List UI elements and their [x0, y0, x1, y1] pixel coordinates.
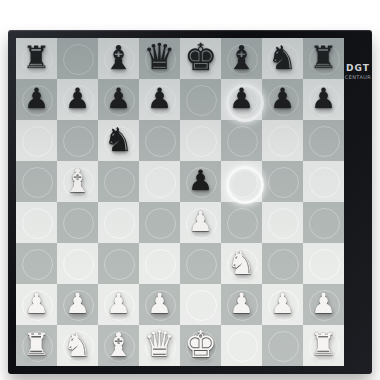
led-aperture-h6	[309, 126, 340, 157]
square-d5[interactable]	[139, 161, 180, 202]
square-b4[interactable]	[57, 202, 98, 243]
led-aperture-h5	[309, 167, 340, 198]
photo-background: ♜♝♛♚♝♞♜♟♟♟♟♟♟♟♞♝♟♟♞♟♟♟♟♟♟♟♜♞♝♛♚♜ DGT CEN…	[0, 0, 380, 380]
piece-white-king-e1[interactable]: ♚	[180, 325, 221, 362]
square-f5[interactable]	[221, 161, 262, 202]
square-a3[interactable]	[16, 243, 57, 284]
piece-white-knight-b1[interactable]: ♞	[57, 327, 98, 360]
square-d7[interactable]: ♟	[139, 79, 180, 120]
led-aperture-d6	[145, 126, 176, 157]
square-f3[interactable]: ♞	[221, 243, 262, 284]
led-aperture-f4	[227, 208, 258, 239]
square-e6[interactable]	[180, 120, 221, 161]
square-h6[interactable]	[303, 120, 344, 161]
square-d3[interactable]	[139, 243, 180, 284]
piece-black-rook-a8[interactable]: ♜	[16, 41, 57, 72]
square-e5[interactable]: ♟	[180, 161, 221, 202]
square-a2[interactable]: ♟	[16, 284, 57, 325]
piece-black-pawn-g7[interactable]: ♟	[262, 84, 303, 112]
piece-white-rook-h1[interactable]: ♜	[303, 328, 344, 359]
square-f2[interactable]: ♟	[221, 284, 262, 325]
led-aperture-d5	[145, 167, 176, 198]
piece-white-pawn-f2[interactable]: ♟	[221, 289, 262, 317]
led-aperture-e7	[186, 85, 217, 116]
led-aperture-b6	[63, 126, 94, 157]
led-aperture-e3	[186, 249, 217, 280]
square-a1[interactable]: ♜	[16, 325, 57, 366]
piece-white-queen-d1[interactable]: ♛	[139, 326, 180, 362]
square-e4[interactable]: ♟	[180, 202, 221, 243]
led-aperture-a5	[22, 167, 53, 198]
led-aperture-c4	[104, 208, 135, 239]
led-aperture-a4	[22, 208, 53, 239]
piece-white-bishop-c1[interactable]: ♝	[98, 327, 139, 360]
led-ring-f5	[226, 166, 264, 204]
dgt-logo: DGT CENTAUR	[344, 64, 372, 80]
square-b7[interactable]: ♟	[57, 79, 98, 120]
square-a7[interactable]: ♟	[16, 79, 57, 120]
square-h5[interactable]	[303, 161, 344, 202]
square-b3[interactable]	[57, 243, 98, 284]
square-c3[interactable]	[98, 243, 139, 284]
square-c5[interactable]	[98, 161, 139, 202]
square-g1[interactable]	[262, 325, 303, 366]
piece-black-pawn-h7[interactable]: ♟	[303, 84, 344, 112]
piece-black-pawn-c7[interactable]: ♟	[98, 84, 139, 112]
piece-black-knight-c6[interactable]: ♞	[98, 122, 139, 155]
led-aperture-f1	[227, 331, 258, 362]
piece-white-pawn-a2[interactable]: ♟	[16, 289, 57, 317]
square-d6[interactable]	[139, 120, 180, 161]
square-d8[interactable]: ♛	[139, 38, 180, 79]
led-aperture-f5	[227, 167, 258, 198]
led-aperture-a6	[22, 126, 53, 157]
led-aperture-a3	[22, 249, 53, 280]
square-g8[interactable]: ♞	[262, 38, 303, 79]
square-f7[interactable]: ♟	[221, 79, 262, 120]
piece-white-pawn-d2[interactable]: ♟	[139, 289, 180, 317]
led-aperture-c5	[104, 167, 135, 198]
square-d2[interactable]: ♟	[139, 284, 180, 325]
square-g5[interactable]	[262, 161, 303, 202]
square-e2[interactable]	[180, 284, 221, 325]
piece-black-pawn-d7[interactable]: ♟	[139, 84, 180, 112]
led-aperture-b8	[63, 44, 94, 75]
square-c6[interactable]: ♞	[98, 120, 139, 161]
square-g4[interactable]	[262, 202, 303, 243]
square-e1[interactable]: ♚	[180, 325, 221, 366]
piece-black-queen-d8[interactable]: ♛	[139, 39, 180, 75]
led-aperture-d3	[145, 249, 176, 280]
piece-black-king-e8[interactable]: ♚	[180, 38, 221, 75]
piece-black-pawn-b7[interactable]: ♟	[57, 84, 98, 112]
led-aperture-g1	[268, 331, 299, 362]
piece-white-pawn-g2[interactable]: ♟	[262, 289, 303, 317]
square-e8[interactable]: ♚	[180, 38, 221, 79]
square-f6[interactable]	[221, 120, 262, 161]
dgt-product-text: CENTAUR	[344, 74, 372, 80]
piece-white-bishop-b5[interactable]: ♝	[57, 163, 98, 196]
led-aperture-g3	[268, 249, 299, 280]
square-g2[interactable]: ♟	[262, 284, 303, 325]
square-g7[interactable]: ♟	[262, 79, 303, 120]
square-c2[interactable]: ♟	[98, 284, 139, 325]
square-h4[interactable]	[303, 202, 344, 243]
square-c7[interactable]: ♟	[98, 79, 139, 120]
square-h8[interactable]: ♜	[303, 38, 344, 79]
piece-white-pawn-b2[interactable]: ♟	[57, 289, 98, 317]
led-aperture-f6	[227, 126, 258, 157]
led-aperture-b3	[63, 249, 94, 280]
square-e7[interactable]	[180, 79, 221, 120]
square-f1[interactable]	[221, 325, 262, 366]
dgt-brand-text: DGT	[344, 64, 372, 74]
chess-board: ♜♝♛♚♝♞♜♟♟♟♟♟♟♟♞♝♟♟♞♟♟♟♟♟♟♟♜♞♝♛♚♜	[16, 38, 344, 366]
led-aperture-e6	[186, 126, 217, 157]
square-b6[interactable]	[57, 120, 98, 161]
piece-white-rook-a1[interactable]: ♜	[16, 328, 57, 359]
led-aperture-g4	[268, 208, 299, 239]
piece-black-pawn-f7[interactable]: ♟	[221, 84, 262, 112]
piece-black-bishop-f8[interactable]: ♝	[221, 40, 262, 73]
square-h3[interactable]	[303, 243, 344, 284]
led-aperture-c3	[104, 249, 135, 280]
led-aperture-b4	[63, 208, 94, 239]
square-f8[interactable]: ♝	[221, 38, 262, 79]
square-c4[interactable]	[98, 202, 139, 243]
square-a8[interactable]: ♜	[16, 38, 57, 79]
square-d4[interactable]	[139, 202, 180, 243]
led-aperture-h3	[309, 249, 340, 280]
led-aperture-g5	[268, 167, 299, 198]
led-aperture-g6	[268, 126, 299, 157]
square-d1[interactable]: ♛	[139, 325, 180, 366]
piece-white-pawn-h2[interactable]: ♟	[303, 289, 344, 317]
piece-black-knight-g8[interactable]: ♞	[262, 40, 303, 73]
led-aperture-e2	[186, 290, 217, 321]
square-a4[interactable]	[16, 202, 57, 243]
piece-black-bishop-c8[interactable]: ♝	[98, 40, 139, 73]
square-a5[interactable]	[16, 161, 57, 202]
square-b2[interactable]: ♟	[57, 284, 98, 325]
led-aperture-d4	[145, 208, 176, 239]
square-b1[interactable]: ♞	[57, 325, 98, 366]
square-c1[interactable]: ♝	[98, 325, 139, 366]
piece-black-rook-h8[interactable]: ♜	[303, 41, 344, 72]
square-e3[interactable]	[180, 243, 221, 284]
square-h2[interactable]: ♟	[303, 284, 344, 325]
piece-black-pawn-a7[interactable]: ♟	[16, 84, 57, 112]
square-b5[interactable]: ♝	[57, 161, 98, 202]
square-h7[interactable]: ♟	[303, 79, 344, 120]
square-b8[interactable]	[57, 38, 98, 79]
led-aperture-h4	[309, 208, 340, 239]
square-g6[interactable]	[262, 120, 303, 161]
piece-black-pawn-e5[interactable]: ♟	[180, 166, 221, 194]
square-c8[interactable]: ♝	[98, 38, 139, 79]
square-f4[interactable]	[221, 202, 262, 243]
piece-white-knight-f3[interactable]: ♞	[221, 245, 262, 278]
square-g3[interactable]	[262, 243, 303, 284]
piece-white-pawn-c2[interactable]: ♟	[98, 289, 139, 317]
square-h1[interactable]: ♜	[303, 325, 344, 366]
piece-white-pawn-e4[interactable]: ♟	[180, 207, 221, 235]
square-a6[interactable]	[16, 120, 57, 161]
